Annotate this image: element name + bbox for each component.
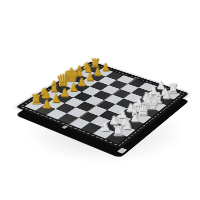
- chess-set-product-photo: ♜♞♝♛♚♝♞♜♟♟♟♟♟♟♟♟♟♟♟♟♟♟♟♟♜♞♝♛♚♝♞♜: [0, 0, 200, 200]
